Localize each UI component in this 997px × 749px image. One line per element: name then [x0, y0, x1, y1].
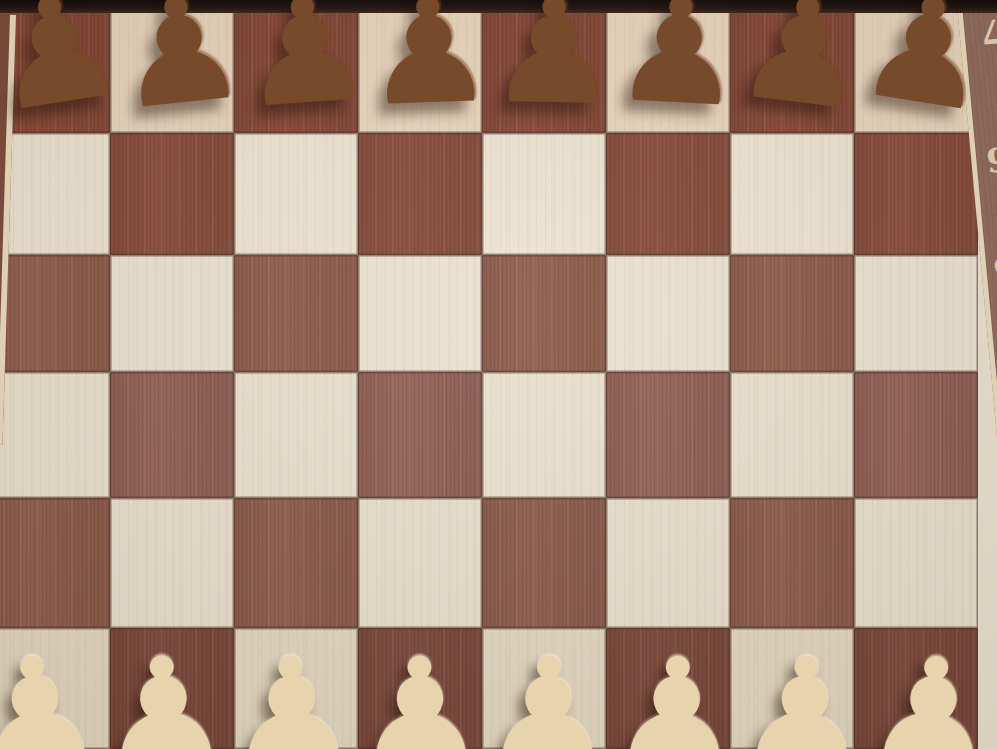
square-c3[interactable] — [234, 498, 358, 628]
square-d4[interactable] — [358, 372, 482, 498]
square-a4[interactable] — [0, 372, 110, 498]
square-c6[interactable] — [234, 133, 358, 255]
square-g4[interactable] — [730, 372, 854, 498]
square-b5[interactable] — [110, 255, 234, 372]
square-e5[interactable] — [482, 255, 606, 372]
rank-label-5: 5 — [991, 252, 997, 287]
white-pawn-g2[interactable]: ♟ — [733, 635, 871, 749]
square-a3[interactable] — [0, 498, 110, 628]
square-c4[interactable] — [234, 372, 358, 498]
square-g6[interactable] — [730, 133, 854, 255]
rank-label-6: 6 — [985, 142, 997, 177]
square-d5[interactable] — [358, 255, 482, 372]
square-e3[interactable] — [482, 498, 606, 628]
square-f4[interactable] — [606, 372, 730, 498]
square-e6[interactable] — [482, 133, 606, 255]
square-h6[interactable] — [854, 133, 978, 255]
square-e4[interactable] — [482, 372, 606, 498]
black-pawn-e7[interactable]: ♟ — [487, 0, 620, 125]
square-g3[interactable] — [730, 498, 854, 628]
square-a6[interactable] — [0, 133, 110, 255]
square-h5[interactable] — [854, 255, 978, 372]
white-pawn-e2[interactable]: ♟ — [480, 637, 613, 749]
white-pawn-c2[interactable]: ♟ — [222, 636, 357, 749]
square-f3[interactable] — [606, 498, 730, 628]
black-pawn-d7[interactable]: ♟ — [361, 0, 496, 126]
square-b6[interactable] — [110, 133, 234, 255]
black-pawn-f7[interactable]: ♟ — [609, 0, 746, 127]
square-d3[interactable] — [358, 498, 482, 628]
square-c5[interactable] — [234, 255, 358, 372]
black-pawn-h7[interactable]: ♟ — [850, 0, 997, 133]
white-pawn-b2[interactable]: ♟ — [93, 635, 231, 749]
white-pawn-d2[interactable]: ♟ — [352, 637, 485, 749]
white-pawn-a2[interactable]: ♟ — [0, 633, 105, 749]
square-h4[interactable] — [854, 372, 978, 498]
square-h3[interactable] — [854, 498, 978, 628]
square-a5[interactable] — [0, 255, 110, 372]
square-f6[interactable] — [606, 133, 730, 255]
square-b3[interactable] — [110, 498, 234, 628]
white-pawn-h2[interactable]: ♟ — [859, 633, 997, 749]
chessboard-photo: 765 ♟♟♟♟♟♟♟♟♟♟♟♟♟♟♟♟ — [0, 0, 997, 749]
square-b4[interactable] — [110, 372, 234, 498]
square-d6[interactable] — [358, 133, 482, 255]
black-pawn-c7[interactable]: ♟ — [235, 0, 375, 128]
square-f5[interactable] — [606, 255, 730, 372]
square-g5[interactable] — [730, 255, 854, 372]
white-pawn-f2[interactable]: ♟ — [606, 636, 741, 749]
black-pawn-b7[interactable]: ♟ — [108, 0, 253, 130]
